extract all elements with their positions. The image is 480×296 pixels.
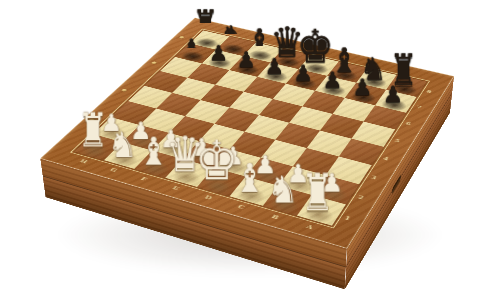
piece-glyph: ♜ (301, 168, 334, 217)
stage: HGFEDCBA 12345678 ♜♞♝♛♚♝♞♜♟♟♟♟♟♟♟♟♟♟♟♟♟♟… (0, 0, 480, 296)
handle-notch (392, 174, 401, 194)
chess-set-photo: HGFEDCBA 12345678 ♜♞♝♛♚♝♞♜♟♟♟♟♟♟♟♟♟♟♟♟♟♟… (0, 0, 480, 296)
piece-wR: ♜ (292, 132, 342, 217)
chess-box: HGFEDCBA 12345678 ♜♞♝♛♚♝♞♜♟♟♟♟♟♟♟♟♟♟♟♟♟♟… (40, 18, 454, 249)
